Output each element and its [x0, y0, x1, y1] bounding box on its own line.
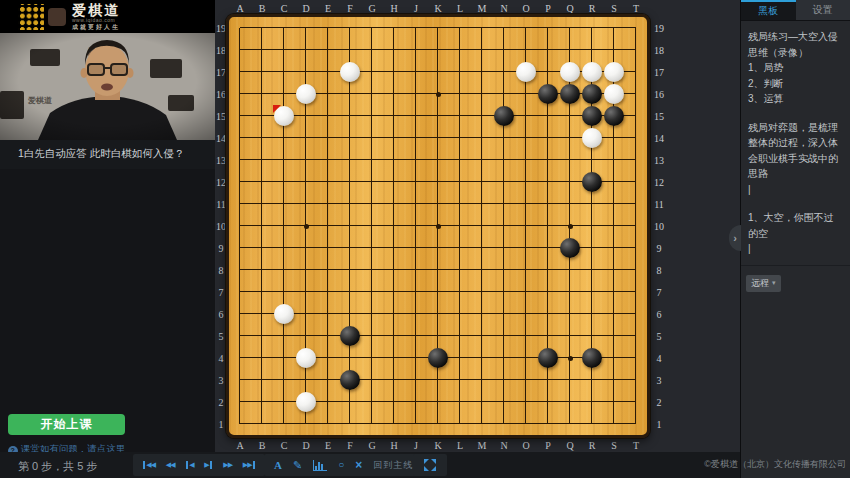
board-cell[interactable] [229, 83, 251, 105]
board-cell[interactable] [361, 347, 383, 369]
board-cell[interactable] [603, 105, 625, 127]
board-cell[interactable] [361, 281, 383, 303]
board-cell[interactable] [471, 127, 493, 149]
tab-blackboard[interactable]: 黑板 [741, 0, 796, 20]
board-cell[interactable] [251, 259, 273, 281]
board-cell[interactable] [295, 149, 317, 171]
board-cell[interactable] [229, 303, 251, 325]
board-cell[interactable] [405, 237, 427, 259]
board-cell[interactable] [383, 17, 405, 39]
board-cell[interactable] [471, 369, 493, 391]
board-cell[interactable] [295, 369, 317, 391]
board-cell[interactable] [317, 171, 339, 193]
board-cell[interactable] [603, 325, 625, 347]
board-cell[interactable] [537, 347, 559, 369]
board-cell[interactable] [625, 281, 647, 303]
board-cell[interactable] [493, 215, 515, 237]
board-cell[interactable] [559, 105, 581, 127]
board-cell[interactable] [559, 303, 581, 325]
clear-tool-button[interactable]: × [355, 459, 362, 471]
board-cell[interactable] [405, 259, 427, 281]
board-cell[interactable] [515, 61, 537, 83]
board-cell[interactable] [493, 259, 515, 281]
board-cell[interactable] [273, 391, 295, 413]
board-cell[interactable] [581, 281, 603, 303]
fullscreen-icon[interactable] [424, 459, 436, 471]
board-cell[interactable] [471, 193, 493, 215]
board-cell[interactable] [449, 413, 471, 435]
board-cell[interactable] [273, 61, 295, 83]
board-cell[interactable] [603, 281, 625, 303]
board-cell[interactable] [339, 105, 361, 127]
board-cell[interactable] [339, 413, 361, 435]
board-cell[interactable] [559, 83, 581, 105]
board-cell[interactable] [537, 259, 559, 281]
board-cell[interactable] [493, 83, 515, 105]
board-cell[interactable] [625, 105, 647, 127]
board-cell[interactable] [339, 127, 361, 149]
board-cell[interactable] [537, 61, 559, 83]
back-to-mainline-button[interactable]: 回到主线 [373, 459, 413, 472]
board-cell[interactable] [581, 303, 603, 325]
board-cell[interactable] [339, 215, 361, 237]
board-cell[interactable] [515, 105, 537, 127]
board-cell[interactable] [383, 83, 405, 105]
board-cell[interactable] [317, 149, 339, 171]
board-cell[interactable] [625, 325, 647, 347]
board-cell[interactable] [625, 61, 647, 83]
board-cell[interactable] [625, 83, 647, 105]
board-cell[interactable] [339, 325, 361, 347]
jump-to-start-button[interactable]: ◀◀ [142, 461, 155, 469]
board-cell[interactable] [625, 259, 647, 281]
board-cell[interactable] [251, 347, 273, 369]
board-cell[interactable] [251, 281, 273, 303]
board-cell[interactable] [383, 149, 405, 171]
board-cell[interactable] [515, 303, 537, 325]
board-cell[interactable] [603, 83, 625, 105]
board-cell[interactable] [229, 281, 251, 303]
remote-dropdown[interactable]: 远程▾ [746, 275, 781, 292]
board-cell[interactable] [339, 369, 361, 391]
board-cell[interactable] [559, 127, 581, 149]
board-cell[interactable] [229, 105, 251, 127]
board-cell[interactable] [603, 127, 625, 149]
board-cell[interactable] [449, 347, 471, 369]
board-cell[interactable] [251, 61, 273, 83]
board-cell[interactable] [361, 325, 383, 347]
board-cell[interactable] [603, 149, 625, 171]
board-cell[interactable] [251, 325, 273, 347]
board-cell[interactable] [625, 369, 647, 391]
board-cell[interactable] [537, 193, 559, 215]
pen-tool-button[interactable]: ✎ [293, 460, 302, 471]
board-cell[interactable] [405, 61, 427, 83]
board-cell[interactable] [229, 215, 251, 237]
board-cell[interactable] [317, 39, 339, 61]
board-cell[interactable] [581, 171, 603, 193]
board-cell[interactable] [273, 303, 295, 325]
board-cell[interactable] [317, 259, 339, 281]
board-cell[interactable] [493, 413, 515, 435]
board-cell[interactable] [581, 105, 603, 127]
board-cell[interactable] [251, 105, 273, 127]
board-cell[interactable] [515, 215, 537, 237]
board-cell[interactable] [581, 83, 603, 105]
board-cell[interactable] [603, 215, 625, 237]
board-cell[interactable] [427, 193, 449, 215]
board-cell[interactable] [493, 369, 515, 391]
board-cell[interactable] [515, 17, 537, 39]
board-cell[interactable] [603, 237, 625, 259]
board-cell[interactable] [317, 281, 339, 303]
board-cell[interactable] [515, 413, 537, 435]
board-cell[interactable] [405, 193, 427, 215]
board-cell[interactable] [405, 215, 427, 237]
board-cell[interactable] [361, 127, 383, 149]
board-cell[interactable] [295, 61, 317, 83]
board-cell[interactable] [273, 193, 295, 215]
board-cell[interactable] [339, 171, 361, 193]
board-cell[interactable] [295, 325, 317, 347]
board-cell[interactable] [317, 237, 339, 259]
board-cell[interactable] [559, 39, 581, 61]
board-cell[interactable] [317, 325, 339, 347]
board-cell[interactable] [427, 61, 449, 83]
board-cell[interactable] [449, 83, 471, 105]
board-cell[interactable] [361, 149, 383, 171]
board-cell[interactable] [603, 193, 625, 215]
board-cell[interactable] [559, 61, 581, 83]
board-cell[interactable] [361, 39, 383, 61]
board-cell[interactable] [537, 237, 559, 259]
board-cell[interactable] [295, 281, 317, 303]
board-cell[interactable] [273, 325, 295, 347]
board-cell[interactable] [229, 61, 251, 83]
board-cell[interactable] [273, 149, 295, 171]
board-cell[interactable] [295, 171, 317, 193]
board-cell[interactable] [405, 281, 427, 303]
board-cell[interactable] [405, 347, 427, 369]
board-cell[interactable] [493, 149, 515, 171]
board-cell[interactable] [295, 105, 317, 127]
board-cell[interactable] [339, 83, 361, 105]
board-cell[interactable] [273, 215, 295, 237]
board-cell[interactable] [427, 83, 449, 105]
board-cell[interactable] [251, 127, 273, 149]
board-cell[interactable] [317, 61, 339, 83]
board-cell[interactable] [361, 391, 383, 413]
board-cell[interactable] [317, 303, 339, 325]
board-cell[interactable] [625, 171, 647, 193]
board-cell[interactable] [449, 17, 471, 39]
start-class-button[interactable]: 开始上课 [8, 414, 125, 435]
board-cell[interactable] [471, 83, 493, 105]
board-cell[interactable] [471, 347, 493, 369]
board-cell[interactable] [603, 303, 625, 325]
board-cell[interactable] [559, 17, 581, 39]
board-cell[interactable] [625, 17, 647, 39]
board-cell[interactable] [361, 413, 383, 435]
board-cell[interactable] [427, 237, 449, 259]
board-cell[interactable] [471, 281, 493, 303]
chart-tool-button[interactable] [313, 460, 327, 471]
board-cell[interactable] [581, 193, 603, 215]
board-cell[interactable] [383, 127, 405, 149]
board-cell[interactable] [405, 83, 427, 105]
board-cell[interactable] [295, 215, 317, 237]
board-cell[interactable] [295, 39, 317, 61]
board-cell[interactable] [493, 281, 515, 303]
board-cell[interactable] [537, 325, 559, 347]
board-cell[interactable] [273, 39, 295, 61]
board-cell[interactable] [229, 237, 251, 259]
board-cell[interactable] [229, 325, 251, 347]
board-cell[interactable] [427, 413, 449, 435]
board-cell[interactable] [251, 193, 273, 215]
board-cell[interactable] [427, 325, 449, 347]
board-cell[interactable] [295, 303, 317, 325]
board-cell[interactable] [251, 303, 273, 325]
board-cell[interactable] [361, 193, 383, 215]
board-cell[interactable] [427, 17, 449, 39]
board-cell[interactable] [361, 303, 383, 325]
board-cell[interactable] [493, 61, 515, 83]
board-cell[interactable] [559, 281, 581, 303]
board-cell[interactable] [493, 171, 515, 193]
board-cell[interactable] [229, 391, 251, 413]
board-cell[interactable] [625, 193, 647, 215]
board-cell[interactable] [581, 237, 603, 259]
board-cell[interactable] [625, 149, 647, 171]
fast-backward-button[interactable]: ◀◀ [166, 461, 175, 469]
board-cell[interactable] [317, 391, 339, 413]
board-cell[interactable] [559, 391, 581, 413]
board-cell[interactable] [625, 237, 647, 259]
board-cell[interactable] [471, 61, 493, 83]
board-cell[interactable] [515, 193, 537, 215]
board-cell[interactable] [471, 171, 493, 193]
board-cell[interactable] [603, 391, 625, 413]
board-cell[interactable] [405, 413, 427, 435]
board-cell[interactable] [427, 347, 449, 369]
board-cell[interactable] [537, 83, 559, 105]
board-cell[interactable] [449, 325, 471, 347]
board-cell[interactable] [427, 215, 449, 237]
board-cell[interactable] [427, 149, 449, 171]
board-cell[interactable] [427, 259, 449, 281]
board-cell[interactable] [449, 281, 471, 303]
board-cell[interactable] [625, 127, 647, 149]
board-cell[interactable] [581, 61, 603, 83]
board-cell[interactable] [383, 369, 405, 391]
board-cell[interactable] [471, 237, 493, 259]
board-cell[interactable] [229, 39, 251, 61]
board-cell[interactable] [317, 83, 339, 105]
board-cell[interactable] [405, 391, 427, 413]
board-cell[interactable] [515, 127, 537, 149]
board-cell[interactable] [493, 39, 515, 61]
board-cell[interactable] [559, 259, 581, 281]
board-cell[interactable] [229, 17, 251, 39]
board-cell[interactable] [405, 39, 427, 61]
board-cell[interactable] [339, 391, 361, 413]
board-cell[interactable] [625, 391, 647, 413]
board-cell[interactable] [229, 149, 251, 171]
board-cell[interactable] [449, 193, 471, 215]
board-cell[interactable] [383, 391, 405, 413]
board-cell[interactable] [295, 193, 317, 215]
board-cell[interactable] [537, 171, 559, 193]
hand-tool-button[interactable]: ○ [338, 460, 344, 470]
board-cell[interactable] [559, 413, 581, 435]
board-cell[interactable] [515, 237, 537, 259]
board-cell[interactable] [317, 17, 339, 39]
board-cell[interactable] [449, 237, 471, 259]
board-cell[interactable] [471, 39, 493, 61]
board-cell[interactable] [383, 303, 405, 325]
board-cell[interactable] [515, 149, 537, 171]
board-cell[interactable] [405, 149, 427, 171]
board-cell[interactable] [471, 325, 493, 347]
board-cell[interactable] [603, 347, 625, 369]
board-cell[interactable] [581, 347, 603, 369]
board-cell[interactable] [405, 127, 427, 149]
board-cell[interactable] [581, 39, 603, 61]
board-cell[interactable] [537, 413, 559, 435]
board-cell[interactable] [295, 259, 317, 281]
board-cell[interactable] [515, 83, 537, 105]
board-cell[interactable] [559, 193, 581, 215]
board-cell[interactable] [383, 61, 405, 83]
board-cell[interactable] [471, 391, 493, 413]
board-cell[interactable] [581, 259, 603, 281]
board-cell[interactable] [361, 105, 383, 127]
board-cell[interactable] [625, 303, 647, 325]
board-cell[interactable] [251, 17, 273, 39]
board-cell[interactable] [537, 39, 559, 61]
board-cell[interactable] [493, 237, 515, 259]
board-cell[interactable] [273, 259, 295, 281]
board-cell[interactable] [537, 281, 559, 303]
board-cell[interactable] [339, 39, 361, 61]
board-cell[interactable] [273, 83, 295, 105]
board-cell[interactable] [361, 369, 383, 391]
fast-forward-button[interactable]: ▶▶ [223, 461, 232, 469]
board-cell[interactable] [229, 171, 251, 193]
board-cell[interactable] [515, 325, 537, 347]
board-cell[interactable] [427, 369, 449, 391]
board-cell[interactable] [537, 105, 559, 127]
board-cell[interactable] [251, 369, 273, 391]
board-cell[interactable] [405, 303, 427, 325]
board-cell[interactable] [229, 347, 251, 369]
board-cell[interactable] [361, 215, 383, 237]
board-cell[interactable] [273, 237, 295, 259]
board-cell[interactable] [317, 193, 339, 215]
board-cell[interactable] [449, 259, 471, 281]
board-cell[interactable] [603, 61, 625, 83]
board-cell[interactable] [361, 237, 383, 259]
board-cell[interactable] [273, 281, 295, 303]
board-cell[interactable] [449, 369, 471, 391]
board-cell[interactable] [537, 215, 559, 237]
board-cell[interactable] [317, 127, 339, 149]
board-cell[interactable] [273, 413, 295, 435]
board-cell[interactable] [427, 171, 449, 193]
board-cell[interactable] [427, 281, 449, 303]
board-cell[interactable] [251, 413, 273, 435]
board-cell[interactable] [427, 391, 449, 413]
board-cell[interactable] [251, 391, 273, 413]
board-cell[interactable] [361, 83, 383, 105]
board-cell[interactable] [625, 413, 647, 435]
board-cell[interactable] [383, 413, 405, 435]
board-cell[interactable] [515, 171, 537, 193]
board-cell[interactable] [273, 369, 295, 391]
board-cell[interactable] [383, 105, 405, 127]
board-cell[interactable] [361, 259, 383, 281]
board-cell[interactable] [559, 347, 581, 369]
board-cell[interactable] [493, 193, 515, 215]
step-back-button[interactable]: ◀ [185, 461, 193, 469]
board-cell[interactable] [559, 369, 581, 391]
board-cell[interactable] [317, 105, 339, 127]
board-cell[interactable] [449, 39, 471, 61]
board-cell[interactable] [339, 237, 361, 259]
board-cell[interactable] [559, 237, 581, 259]
board-cell[interactable] [339, 303, 361, 325]
board-cell[interactable] [361, 61, 383, 83]
board-cell[interactable] [317, 369, 339, 391]
board-cell[interactable] [339, 281, 361, 303]
board-cell[interactable] [383, 281, 405, 303]
board-cell[interactable] [559, 215, 581, 237]
board-cell[interactable] [229, 259, 251, 281]
board-cell[interactable] [229, 127, 251, 149]
board-cell[interactable] [383, 39, 405, 61]
board-cell[interactable] [273, 17, 295, 39]
board-cell[interactable] [339, 149, 361, 171]
board-cell[interactable] [537, 149, 559, 171]
board-cell[interactable] [493, 105, 515, 127]
board-cell[interactable] [295, 237, 317, 259]
step-forward-button[interactable]: ▶ [204, 461, 212, 469]
board-cell[interactable] [405, 105, 427, 127]
board-cell[interactable] [295, 413, 317, 435]
board-cell[interactable] [229, 193, 251, 215]
board-cell[interactable] [273, 171, 295, 193]
board-cell[interactable] [229, 413, 251, 435]
board-cell[interactable] [515, 39, 537, 61]
board-cell[interactable] [559, 149, 581, 171]
board-cell[interactable] [427, 127, 449, 149]
board-cell[interactable] [317, 215, 339, 237]
board-cell[interactable] [493, 127, 515, 149]
board-cell[interactable] [383, 193, 405, 215]
tab-settings[interactable]: 设置 [796, 0, 850, 20]
board-cell[interactable] [515, 281, 537, 303]
board-cell[interactable] [361, 17, 383, 39]
board-cell[interactable] [581, 127, 603, 149]
board-cell[interactable] [405, 325, 427, 347]
board-cell[interactable] [449, 391, 471, 413]
board-cell[interactable] [295, 17, 317, 39]
board-cell[interactable] [449, 215, 471, 237]
board-cell[interactable] [339, 61, 361, 83]
board-cell[interactable] [339, 259, 361, 281]
board-cell[interactable] [251, 215, 273, 237]
